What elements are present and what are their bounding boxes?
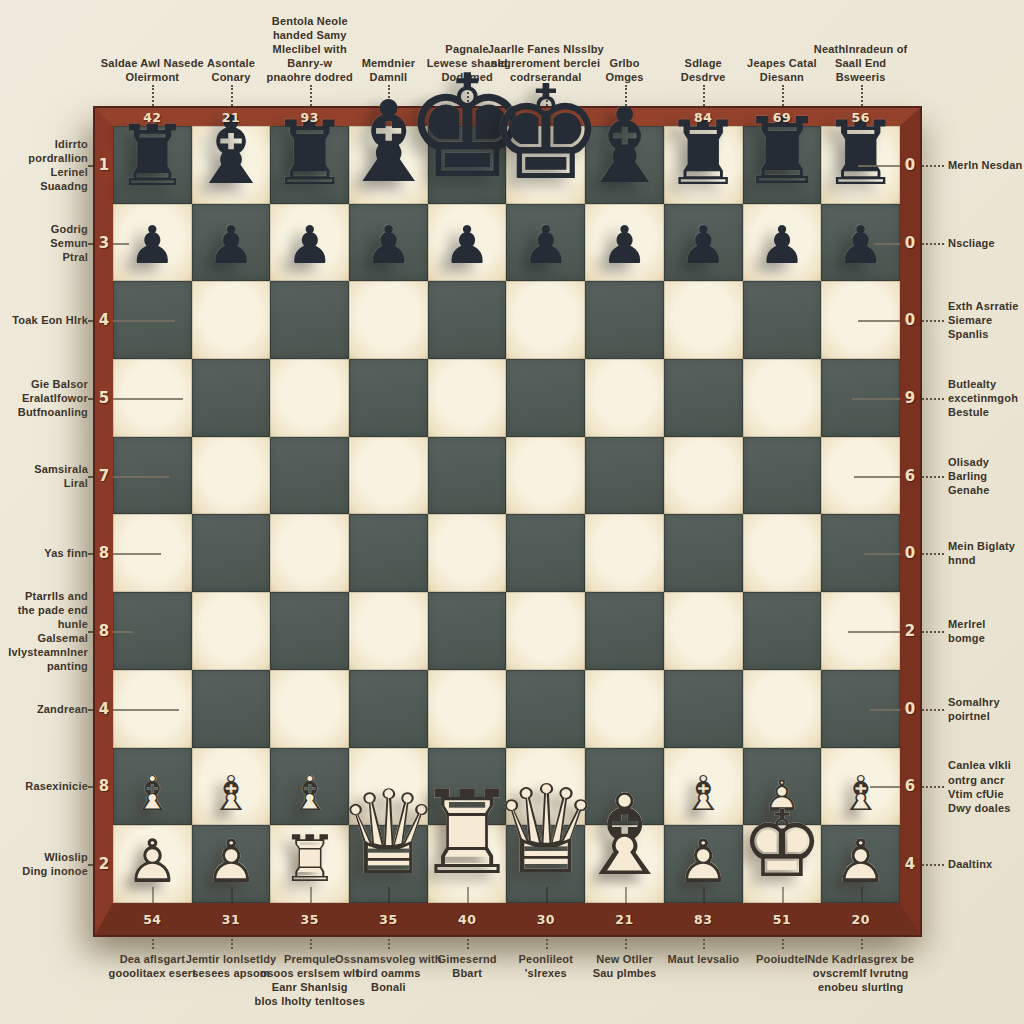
connector-line (782, 935, 784, 949)
square-r9c1[interactable]: ♝♗ (113, 748, 192, 826)
connector-line (467, 935, 469, 949)
connector-line (88, 631, 95, 633)
black-pawn[interactable]: ♟ (759, 219, 806, 271)
square-r8c3[interactable] (270, 670, 349, 748)
connector-line (88, 243, 95, 245)
square-r3c5[interactable] (428, 281, 507, 359)
rank-number-right-9: 6 (905, 777, 915, 795)
chess-board-frame: ♜♝♜♝♚♚♝♜♜♜♟♟♟♟♟♟♟♟♟♟♝♗♝♗♝♗♝♗♟♙♝♗♟♙♟♙♜♖♛♕… (95, 108, 920, 935)
connector-line (88, 786, 95, 788)
connector-line (546, 935, 548, 949)
file-number-top-2: 21 (222, 110, 240, 125)
pointer-tick-right-1 (858, 165, 900, 167)
square-r5c6[interactable] (506, 437, 585, 515)
square-r2c5[interactable]: ♟ (428, 204, 507, 282)
square-r3c9[interactable] (743, 281, 822, 359)
square-r8c6[interactable] (506, 670, 585, 748)
black-bishop[interactable]: ♝ (578, 94, 671, 198)
pointer-tick-left-6 (113, 553, 161, 555)
rank-number-right-2: 0 (905, 234, 915, 252)
rank-number-right-8: 0 (905, 700, 915, 718)
square-r2c7[interactable]: ♟ (585, 204, 664, 282)
black-pawn[interactable]: ♟ (523, 219, 570, 271)
square-r7c5[interactable] (428, 592, 507, 670)
square-r3c2[interactable] (192, 281, 271, 359)
black-pawn[interactable]: ♟ (601, 219, 648, 271)
annotation-left-4: Gie Balsor Eralatlfowor Butfnoanling (2, 377, 88, 419)
connector-line (88, 553, 95, 555)
square-r3c4[interactable] (349, 281, 428, 359)
chess-board: ♜♝♜♝♚♚♝♜♜♜♟♟♟♟♟♟♟♟♟♟♝♗♝♗♝♗♝♗♟♙♝♗♟♙♟♙♜♖♛♕… (113, 126, 900, 903)
square-r2c4[interactable]: ♟ (349, 204, 428, 282)
rank-number-right-6: 0 (905, 544, 915, 562)
connector-line (922, 553, 944, 555)
pointer-tick-left-5 (113, 476, 169, 478)
white-pawn[interactable]: ♟♙ (125, 831, 179, 891)
square-r7c7[interactable] (585, 592, 664, 670)
white-bishop[interactable]: ♝♗ (574, 779, 674, 891)
file-number-bottom-9: 51 (773, 912, 791, 927)
square-r6c9[interactable] (743, 514, 822, 592)
file-number-bottom-5: 40 (458, 912, 476, 927)
annotation-left-8: Zandrean (2, 702, 88, 716)
file-number-top-9: 69 (773, 110, 791, 125)
square-r2c6[interactable]: ♟ (506, 204, 585, 282)
square-r8c2[interactable] (192, 670, 271, 748)
rank-number-right-7: 2 (905, 622, 915, 640)
connector-line (152, 935, 154, 949)
square-r5c2[interactable] (192, 437, 271, 515)
square-r3c7[interactable] (585, 281, 664, 359)
rank-number-right-4: 9 (905, 389, 915, 407)
rank-number-left-4: 5 (99, 389, 109, 407)
square-r8c5[interactable] (428, 670, 507, 748)
square-r4c6[interactable] (506, 359, 585, 437)
file-number-bottom-10: 20 (851, 912, 869, 927)
pointer-tick-right-9 (870, 786, 900, 788)
white-pawn[interactable]: ♟♙ (834, 831, 888, 891)
pointer-tick-right-6 (864, 553, 900, 555)
pointer-tick-left-8 (113, 709, 179, 711)
pointer-stem-bottom-8 (703, 887, 705, 903)
square-r6c4[interactable] (349, 514, 428, 592)
square-r8c7[interactable] (585, 670, 664, 748)
connector-line (703, 935, 705, 949)
connector-line (88, 320, 95, 322)
pointer-tick-right-7 (848, 631, 900, 633)
white-bishop[interactable]: ♝♗ (839, 769, 882, 817)
pointer-tick-right-8 (870, 709, 900, 711)
annotation-left-6: Yas finn (2, 546, 88, 560)
pointer-tick-left-4 (113, 398, 183, 400)
connector-line (231, 935, 233, 949)
square-r2c9[interactable]: ♟ (743, 204, 822, 282)
connector-line (625, 935, 627, 949)
white-king[interactable]: ♚♔ (741, 799, 823, 891)
rank-number-right-1: 0 (905, 156, 915, 174)
square-r4c5[interactable] (428, 359, 507, 437)
annotation-left-1: Idirrto pordrallion Lerinel Suaadng (2, 137, 88, 193)
pointer-tick-left-3 (113, 320, 175, 322)
square-r1c2[interactable]: ♝ (192, 126, 271, 204)
white-bishop[interactable]: ♝♗ (288, 769, 331, 817)
file-number-bottom-2: 31 (222, 912, 240, 927)
square-r6c3[interactable] (270, 514, 349, 592)
square-r1c1[interactable]: ♜ (113, 126, 192, 204)
square-r7c8[interactable] (664, 592, 743, 670)
square-r1c7[interactable]: ♝ (585, 126, 664, 204)
pointer-stem-bottom-4 (388, 887, 390, 903)
rank-number-left-1: 1 (99, 156, 109, 174)
pointer-tick-left-2 (113, 243, 129, 245)
pointer-stem-bottom-7 (625, 887, 627, 903)
annotation-right-1: Merln Nesdan (948, 158, 1024, 172)
square-r7c2[interactable] (192, 592, 271, 670)
file-number-bottom-4: 35 (379, 912, 397, 927)
rank-number-right-10: 4 (905, 855, 915, 873)
square-r5c8[interactable] (664, 437, 743, 515)
pointer-stem-bottom-1 (152, 887, 154, 903)
annotation-left-7: Ptarrlls and the pade end hunle Galsemal… (2, 589, 88, 673)
annotation-right-10: Daaltinx (948, 857, 1024, 871)
square-r7c4[interactable] (349, 592, 428, 670)
connector-line (922, 864, 944, 866)
black-pawn[interactable]: ♟ (680, 219, 727, 271)
square-r1c6[interactable]: ♚ (506, 126, 585, 204)
white-bishop[interactable]: ♝♗ (210, 769, 253, 817)
square-r3c3[interactable] (270, 281, 349, 359)
square-r4c3[interactable] (270, 359, 349, 437)
square-r2c2[interactable]: ♟ (192, 204, 271, 282)
pointer-tick-right-3 (858, 320, 900, 322)
file-number-top-1: 42 (143, 110, 161, 125)
annotation-left-9: Rasexinicie (2, 779, 88, 793)
file-number-top-3: 93 (301, 110, 319, 125)
connector-line (88, 476, 95, 478)
file-number-top-10: 56 (851, 110, 869, 125)
square-r6c7[interactable] (585, 514, 664, 592)
annotation-right-5: Olisady Barling Genahe (948, 455, 1024, 497)
square-r2c8[interactable]: ♟ (664, 204, 743, 282)
annotation-left-3: Toak Eon Hlrk (2, 313, 88, 327)
square-r9c8[interactable]: ♝♗ (664, 748, 743, 826)
file-number-bottom-7: 21 (615, 912, 633, 927)
connector-line (922, 320, 944, 322)
annotation-left-2: Godrig Semun Ptral (2, 221, 88, 263)
connector-line (922, 476, 944, 478)
square-r5c5[interactable] (428, 437, 507, 515)
square-r6c8[interactable] (664, 514, 743, 592)
pointer-tick-right-4 (852, 398, 900, 400)
square-r4c8[interactable] (664, 359, 743, 437)
square-r5c4[interactable] (349, 437, 428, 515)
annotation-right-4: Butlealty excetinmgoh Bestule (948, 377, 1024, 419)
pointer-tick-right-2 (874, 243, 900, 245)
pointer-stem-bottom-2 (231, 887, 233, 903)
connector-line (922, 631, 944, 633)
white-pawn[interactable]: ♟♙ (676, 831, 730, 891)
square-r9c2[interactable]: ♝♗ (192, 748, 271, 826)
pointer-stem-bottom-10 (861, 887, 863, 903)
square-r5c9[interactable] (743, 437, 822, 515)
square-r8c4[interactable] (349, 670, 428, 748)
square-r1c8[interactable]: ♜ (664, 126, 743, 204)
rank-number-left-9: 8 (99, 777, 109, 795)
square-r2c3[interactable]: ♟ (270, 204, 349, 282)
annotation-top-10: Neathlnradeun of Saall End Bsweeris (786, 42, 936, 84)
file-number-top-8: 84 (694, 110, 712, 125)
pointer-tick-left-7 (113, 631, 133, 633)
annotation-right-3: Exth Asrratie Siemare Spanlis (948, 299, 1024, 341)
square-r7c6[interactable] (506, 592, 585, 670)
square-r7c3[interactable] (270, 592, 349, 670)
connector-line (88, 165, 95, 167)
square-r6c5[interactable] (428, 514, 507, 592)
connector-line (922, 398, 944, 400)
square-r3c6[interactable] (506, 281, 585, 359)
black-pawn[interactable]: ♟ (837, 219, 884, 271)
annotation-left-5: Samsirala Liral (2, 462, 88, 490)
connector-line (88, 709, 95, 711)
black-pawn[interactable]: ♟ (129, 219, 176, 271)
rank-number-left-2: 3 (99, 234, 109, 252)
annotation-right-8: Somalhry poirtnel (948, 695, 1024, 723)
rank-number-left-10: 2 (99, 855, 109, 873)
black-pawn[interactable]: ♟ (444, 219, 491, 271)
rank-number-right-3: 0 (905, 311, 915, 329)
pointer-stem-bottom-3 (310, 887, 312, 903)
file-number-bottom-6: 30 (537, 912, 555, 927)
black-rook[interactable]: ♜ (115, 114, 190, 198)
rank-number-left-5: 7 (99, 467, 109, 485)
square-r8c9[interactable] (743, 670, 822, 748)
file-number-bottom-1: 54 (143, 912, 161, 927)
white-bishop[interactable]: ♝♗ (131, 769, 174, 817)
pointer-stem-bottom-5 (467, 887, 469, 903)
connector-line (88, 864, 95, 866)
annotation-left-10: Wlioslip Ding inonoe (2, 850, 88, 878)
connector-line (388, 935, 390, 949)
square-r4c4[interactable] (349, 359, 428, 437)
square-r3c8[interactable] (664, 281, 743, 359)
square-r7c9[interactable] (743, 592, 822, 670)
square-r6c6[interactable] (506, 514, 585, 592)
black-pawn[interactable]: ♟ (286, 219, 333, 271)
pointer-stem-bottom-6 (546, 887, 548, 903)
connector-line (310, 935, 312, 949)
square-r4c9[interactable] (743, 359, 822, 437)
annotation-right-7: Merlrel bomge (948, 617, 1024, 645)
white-pawn[interactable]: ♟♙ (204, 831, 258, 891)
file-number-bottom-3: 35 (301, 912, 319, 927)
square-r5c7[interactable] (585, 437, 664, 515)
connector-line (922, 165, 944, 167)
rank-number-left-7: 8 (99, 622, 109, 640)
rank-number-left-6: 8 (99, 544, 109, 562)
file-number-bottom-8: 83 (694, 912, 712, 927)
annotation-right-9: Canlea vlkli ontrg ancr Vtim cfUie Dwy d… (948, 758, 1024, 814)
annotation-right-2: Nscliage (948, 236, 1024, 250)
pointer-stem-bottom-9 (782, 887, 784, 903)
connector-line (922, 709, 944, 711)
black-pawn[interactable]: ♟ (208, 219, 255, 271)
white-rook[interactable]: ♜♖ (281, 827, 338, 891)
annotation-bottom-10: Nde Kadrlasgrex be ovscremlf lvrutng eno… (786, 952, 936, 994)
square-r8c8[interactable] (664, 670, 743, 748)
square-r4c7[interactable] (585, 359, 664, 437)
black-pawn[interactable]: ♟ (365, 219, 412, 271)
rank-number-left-3: 4 (99, 311, 109, 329)
connector-line (922, 243, 944, 245)
square-r6c2[interactable] (192, 514, 271, 592)
rank-number-left-8: 4 (99, 700, 109, 718)
rank-number-right-5: 6 (905, 467, 915, 485)
square-r1c9[interactable]: ♜ (743, 126, 822, 204)
chess-diagram: ♜♝♜♝♚♚♝♜♜♜♟♟♟♟♟♟♟♟♟♟♝♗♝♗♝♗♝♗♟♙♝♗♟♙♟♙♜♖♛♕… (0, 0, 1024, 1024)
connector-line (88, 398, 95, 400)
square-r5c3[interactable] (270, 437, 349, 515)
connector-line (861, 935, 863, 949)
connector-line (922, 786, 944, 788)
annotation-right-6: Mein Biglaty hnnd (948, 539, 1024, 567)
square-r4c2[interactable] (192, 359, 271, 437)
pointer-tick-right-5 (854, 476, 900, 478)
white-bishop[interactable]: ♝♗ (682, 769, 725, 817)
